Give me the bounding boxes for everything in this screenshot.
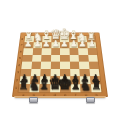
square-c5	[41, 55, 51, 62]
piece-black-pawn: ♟	[50, 74, 59, 83]
square-b3	[30, 69, 40, 76]
piece-black-pawn: ♟	[20, 74, 29, 83]
square-f5	[69, 55, 79, 62]
piece-black-pawn: ♟	[71, 74, 80, 83]
square-d2: ♟	[50, 76, 60, 84]
rank-label-2: 2	[14, 76, 20, 84]
square-h1: ♜	[90, 84, 101, 92]
square-d3	[50, 69, 60, 76]
square-e3	[60, 69, 70, 76]
square-b2: ♟	[30, 76, 41, 84]
piece-black-rook: ♜	[18, 81, 29, 92]
square-h4	[88, 62, 98, 69]
piece-black-pawn: ♟	[61, 74, 70, 83]
chess-board: ♜♞♝♛♚♝♞♜♟♟♟♟♟♟♟♟♟♟♟♟♟♟♟♟♜♞♝♛♚♝♞♜ abcdefg…	[12, 33, 108, 97]
square-d5	[51, 55, 60, 62]
square-e1: ♚	[60, 84, 70, 92]
piece-black-pawn: ♟	[40, 74, 49, 83]
square-e5	[60, 55, 69, 62]
chess-set-photo: ♜♞♝♛♚♝♞♜♟♟♟♟♟♟♟♟♟♟♟♟♟♟♟♟♜♞♝♛♚♝♞♜ abcdefg…	[0, 0, 120, 120]
square-g1: ♞	[80, 84, 91, 92]
square-f2: ♟	[70, 76, 80, 84]
square-f1: ♝	[70, 84, 81, 92]
square-b4	[31, 62, 41, 69]
square-b1: ♞	[29, 84, 40, 92]
square-c1: ♝	[39, 84, 50, 92]
square-g3	[79, 69, 89, 76]
square-d1: ♛	[50, 84, 60, 92]
piece-black-pawn: ♟	[91, 74, 100, 83]
square-f4	[69, 62, 79, 69]
square-e2: ♟	[60, 76, 70, 84]
piece-white-rook: ♜	[87, 32, 96, 41]
rank-label-4: 4	[16, 62, 21, 69]
square-h5	[88, 55, 98, 62]
square-c4	[41, 62, 51, 69]
piece-black-rook: ♜	[91, 81, 102, 92]
piece-black-pawn: ♟	[30, 74, 39, 83]
square-g2: ♟	[80, 76, 91, 84]
square-b5	[32, 55, 42, 62]
square-c2: ♟	[40, 76, 50, 84]
rank-label-1: 1	[13, 84, 19, 92]
square-h2: ♟	[90, 76, 101, 84]
square-e4	[60, 62, 70, 69]
piece-white-rook: ♜	[24, 32, 33, 41]
board-grid: ♜♞♝♛♚♝♞♜♟♟♟♟♟♟♟♟♟♟♟♟♟♟♟♟♜♞♝♛♚♝♞♜	[19, 36, 102, 92]
right-clasp-icon	[86, 97, 95, 103]
square-c3	[40, 69, 50, 76]
board-wooden-frame: ♜♞♝♛♚♝♞♜♟♟♟♟♟♟♟♟♟♟♟♟♟♟♟♟♜♞♝♛♚♝♞♜ abcdefg…	[12, 33, 108, 97]
square-f3	[70, 69, 80, 76]
rank-label-5: 5	[17, 55, 22, 62]
square-d4	[50, 62, 60, 69]
square-h3	[89, 69, 100, 76]
square-a3	[20, 69, 31, 76]
left-clasp-icon	[29, 97, 38, 103]
piece-black-pawn: ♟	[81, 74, 90, 83]
rank-label-3: 3	[15, 69, 21, 76]
